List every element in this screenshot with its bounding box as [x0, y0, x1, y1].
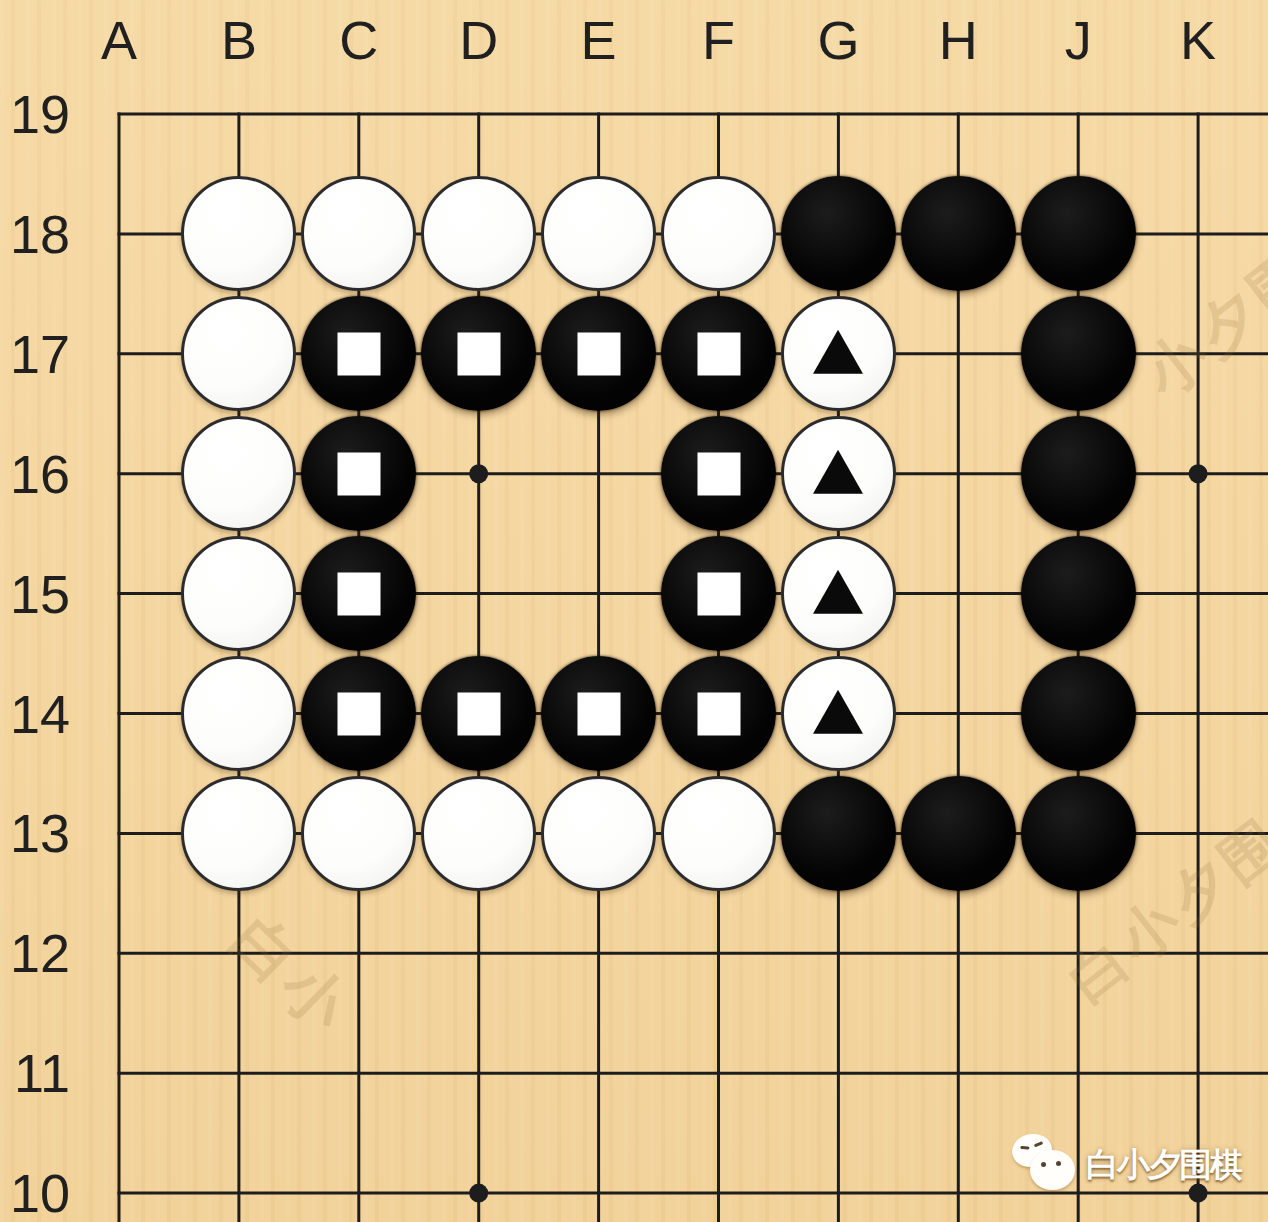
square-mark-E17 [577, 332, 620, 375]
triangle-mark-G14 [813, 689, 863, 733]
stone-D17 [421, 296, 536, 411]
stone-F13 [661, 776, 776, 891]
stone-E17 [541, 296, 656, 411]
stone-B16 [181, 416, 296, 531]
triangle-mark-G15 [813, 569, 863, 613]
triangle-mark-G16 [813, 449, 863, 493]
stone-J15 [1021, 536, 1136, 651]
brand-logo: 白小夕围棋 [1000, 1130, 1260, 1192]
stone-C15 [301, 536, 416, 651]
stone-F17 [661, 296, 776, 411]
stone-F16 [661, 416, 776, 531]
stone-E14 [541, 656, 656, 771]
stone-J17 [1021, 296, 1136, 411]
stone-E18 [541, 176, 656, 291]
square-mark-F15 [697, 572, 740, 615]
stone-G16 [781, 416, 896, 531]
stone-C17 [301, 296, 416, 411]
mascot-blob-right [1030, 1150, 1075, 1190]
stone-G14 [781, 656, 896, 771]
stone-F18 [661, 176, 776, 291]
square-mark-C17 [337, 332, 380, 375]
stone-B18 [181, 176, 296, 291]
stone-E13 [541, 776, 656, 891]
brand-logo-text: 白小夕围棋 [1086, 1143, 1241, 1188]
stone-B17 [181, 296, 296, 411]
square-mark-C14 [337, 692, 380, 735]
stone-B13 [181, 776, 296, 891]
square-mark-D17 [457, 332, 500, 375]
stone-C13 [301, 776, 416, 891]
stone-C18 [301, 176, 416, 291]
stone-J18 [1021, 176, 1136, 291]
triangle-mark-G17 [813, 330, 863, 374]
stone-H13 [901, 776, 1016, 891]
go-board-diagram: 白小小夕围棋白小夕围棋 ABCDEFGHJK191817161514131211… [0, 0, 1268, 1222]
square-mark-E14 [577, 692, 620, 735]
mascot-eye [1056, 1161, 1061, 1166]
stone-F15 [661, 536, 776, 651]
stone-J14 [1021, 656, 1136, 771]
stone-B15 [181, 536, 296, 651]
stone-D14 [421, 656, 536, 771]
stones-layer [0, 0, 1268, 1222]
mascot-eye [1020, 1146, 1029, 1150]
stone-G15 [781, 536, 896, 651]
stone-J16 [1021, 416, 1136, 531]
square-mark-F17 [697, 332, 740, 375]
stone-D18 [421, 176, 536, 291]
mascot-eye [1034, 1141, 1043, 1147]
square-mark-D14 [457, 692, 500, 735]
stone-C14 [301, 656, 416, 771]
stone-H18 [901, 176, 1016, 291]
stone-D13 [421, 776, 536, 891]
square-mark-C16 [337, 452, 380, 495]
square-mark-C15 [337, 572, 380, 615]
stone-F14 [661, 656, 776, 771]
mascot-logo-icon [1000, 1130, 1080, 1192]
stone-J13 [1021, 776, 1136, 891]
stone-B14 [181, 656, 296, 771]
mascot-eye [1041, 1162, 1046, 1167]
square-mark-F14 [697, 692, 740, 735]
square-mark-F16 [697, 452, 740, 495]
stone-G17 [781, 296, 896, 411]
stone-G13 [781, 776, 896, 891]
stone-G18 [781, 176, 896, 291]
stone-C16 [301, 416, 416, 531]
